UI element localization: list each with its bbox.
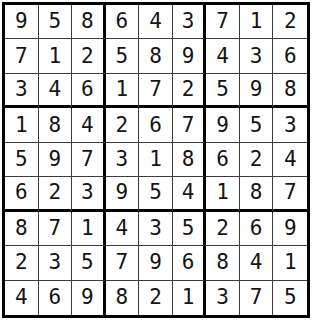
cell-r6c9[interactable]: 7 xyxy=(273,177,307,211)
cell-r8c1[interactable]: 2 xyxy=(5,246,39,280)
cell-r9c8[interactable]: 7 xyxy=(240,281,274,315)
cell-r2c1[interactable]: 7 xyxy=(5,39,39,73)
cell-r2c4[interactable]: 5 xyxy=(106,39,140,73)
cell-r9c4[interactable]: 8 xyxy=(106,281,140,315)
cell-r3c3[interactable]: 6 xyxy=(72,74,106,108)
cell-r4c9[interactable]: 3 xyxy=(273,108,307,142)
cell-r1c1[interactable]: 9 xyxy=(5,5,39,39)
cell-r3c5[interactable]: 7 xyxy=(139,74,173,108)
cell-r2c6[interactable]: 9 xyxy=(173,39,207,73)
cell-r3c8[interactable]: 9 xyxy=(240,74,274,108)
cell-r7c9[interactable]: 9 xyxy=(273,212,307,246)
cell-r2c9[interactable]: 6 xyxy=(273,39,307,73)
cell-r8c2[interactable]: 3 xyxy=(39,246,73,280)
cell-r6c5[interactable]: 5 xyxy=(139,177,173,211)
cell-r4c8[interactable]: 5 xyxy=(240,108,274,142)
cell-r7c6[interactable]: 5 xyxy=(173,212,207,246)
cell-r7c4[interactable]: 4 xyxy=(106,212,140,246)
cell-r9c2[interactable]: 6 xyxy=(39,281,73,315)
cell-r3c7[interactable]: 5 xyxy=(206,74,240,108)
cell-r1c9[interactable]: 2 xyxy=(273,5,307,39)
cell-r8c6[interactable]: 6 xyxy=(173,246,207,280)
cell-r5c2[interactable]: 9 xyxy=(39,143,73,177)
cell-r5c6[interactable]: 8 xyxy=(173,143,207,177)
cell-r8c7[interactable]: 8 xyxy=(206,246,240,280)
cell-r9c1[interactable]: 4 xyxy=(5,281,39,315)
cell-r4c4[interactable]: 2 xyxy=(106,108,140,142)
cell-r8c9[interactable]: 1 xyxy=(273,246,307,280)
cell-r3c6[interactable]: 2 xyxy=(173,74,207,108)
cell-r1c6[interactable]: 3 xyxy=(173,5,207,39)
cell-r9c5[interactable]: 2 xyxy=(139,281,173,315)
cell-r7c3[interactable]: 1 xyxy=(72,212,106,246)
cell-r3c4[interactable]: 1 xyxy=(106,74,140,108)
cell-r8c3[interactable]: 5 xyxy=(72,246,106,280)
cell-r4c1[interactable]: 1 xyxy=(5,108,39,142)
cell-r2c5[interactable]: 8 xyxy=(139,39,173,73)
cell-r4c6[interactable]: 7 xyxy=(173,108,207,142)
cell-r6c7[interactable]: 1 xyxy=(206,177,240,211)
cell-r6c3[interactable]: 3 xyxy=(72,177,106,211)
cell-r4c5[interactable]: 6 xyxy=(139,108,173,142)
cell-r7c8[interactable]: 6 xyxy=(240,212,274,246)
cell-r2c3[interactable]: 2 xyxy=(72,39,106,73)
cell-r5c7[interactable]: 6 xyxy=(206,143,240,177)
cell-r4c7[interactable]: 9 xyxy=(206,108,240,142)
cell-r2c2[interactable]: 1 xyxy=(39,39,73,73)
cell-r7c7[interactable]: 2 xyxy=(206,212,240,246)
cell-r5c9[interactable]: 4 xyxy=(273,143,307,177)
cell-r6c8[interactable]: 8 xyxy=(240,177,274,211)
cell-r1c2[interactable]: 5 xyxy=(39,5,73,39)
cell-r8c5[interactable]: 9 xyxy=(139,246,173,280)
cell-r3c1[interactable]: 3 xyxy=(5,74,39,108)
cell-r6c2[interactable]: 2 xyxy=(39,177,73,211)
cell-r9c9[interactable]: 5 xyxy=(273,281,307,315)
cell-r1c3[interactable]: 8 xyxy=(72,5,106,39)
cell-r7c5[interactable]: 3 xyxy=(139,212,173,246)
cell-r9c6[interactable]: 1 xyxy=(173,281,207,315)
cell-r9c7[interactable]: 3 xyxy=(206,281,240,315)
sudoku-board: 9586437127125894363461725981842679535973… xyxy=(2,2,310,318)
cell-r1c5[interactable]: 4 xyxy=(139,5,173,39)
cell-r7c1[interactable]: 8 xyxy=(5,212,39,246)
cell-r8c8[interactable]: 4 xyxy=(240,246,274,280)
cell-r2c8[interactable]: 3 xyxy=(240,39,274,73)
cell-r1c4[interactable]: 6 xyxy=(106,5,140,39)
cell-r5c3[interactable]: 7 xyxy=(72,143,106,177)
cell-r5c5[interactable]: 1 xyxy=(139,143,173,177)
cell-r6c4[interactable]: 9 xyxy=(106,177,140,211)
cell-r4c2[interactable]: 8 xyxy=(39,108,73,142)
cell-r4c3[interactable]: 4 xyxy=(72,108,106,142)
cell-r6c6[interactable]: 4 xyxy=(173,177,207,211)
cell-r9c3[interactable]: 9 xyxy=(72,281,106,315)
cell-r5c1[interactable]: 5 xyxy=(5,143,39,177)
cell-r8c4[interactable]: 7 xyxy=(106,246,140,280)
cell-r5c4[interactable]: 3 xyxy=(106,143,140,177)
cell-r3c2[interactable]: 4 xyxy=(39,74,73,108)
cell-r7c2[interactable]: 7 xyxy=(39,212,73,246)
cell-r1c7[interactable]: 7 xyxy=(206,5,240,39)
cell-r6c1[interactable]: 6 xyxy=(5,177,39,211)
cell-r5c8[interactable]: 2 xyxy=(240,143,274,177)
cell-r2c7[interactable]: 4 xyxy=(206,39,240,73)
cell-r1c8[interactable]: 1 xyxy=(240,5,274,39)
cell-r3c9[interactable]: 8 xyxy=(273,74,307,108)
